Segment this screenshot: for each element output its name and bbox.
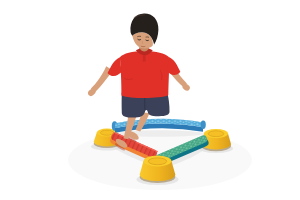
stone-top-plateau (148, 158, 166, 165)
boy-shirt-left-sleeve (108, 57, 122, 76)
polo-placket (143, 55, 146, 62)
photo-canvas (0, 0, 300, 200)
boy-head (130, 13, 158, 48)
beam-end-cap (201, 121, 206, 129)
stepping-stone-bottom (140, 156, 176, 183)
stone-top-plateau (208, 131, 224, 137)
stone-top-plateau (100, 130, 113, 135)
balance-beam-scene (0, 0, 300, 200)
boy-shirt-right-sleeve (167, 57, 181, 75)
